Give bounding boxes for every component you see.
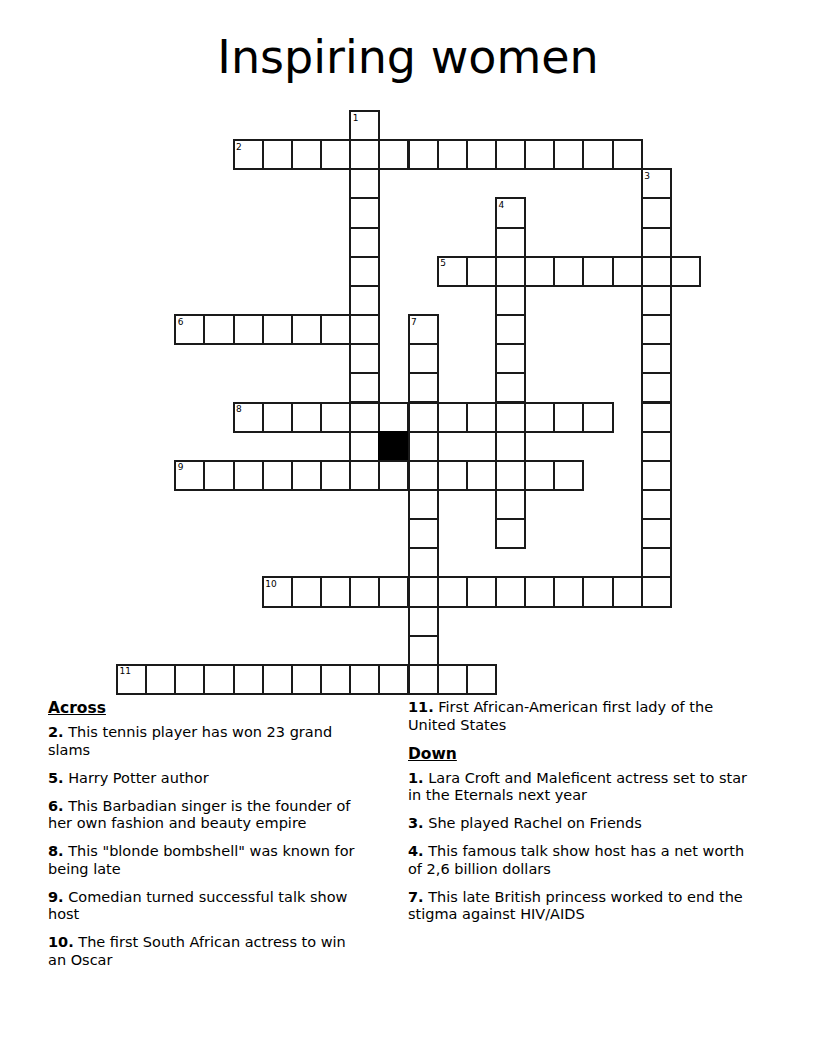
grid-cell[interactable]: 10 — [262, 576, 293, 607]
grid-cell[interactable] — [349, 372, 380, 403]
grid-cell[interactable] — [495, 431, 526, 462]
clue-number: 2. — [48, 724, 64, 740]
grid-cell[interactable] — [612, 139, 643, 170]
grid-cell[interactable] — [349, 576, 380, 607]
grid-cell[interactable] — [612, 256, 643, 287]
clue-number: 11. — [408, 699, 434, 715]
grid-cell[interactable] — [524, 576, 555, 607]
grid-cell[interactable] — [437, 139, 468, 170]
cell-number-6: 6 — [178, 317, 184, 327]
clue-text: First African-American first lady of the… — [408, 699, 713, 733]
clue-text: This Barbadian singer is the founder of … — [48, 798, 350, 832]
across-header: Across — [48, 699, 362, 717]
cell-number-2: 2 — [236, 142, 242, 152]
clue-across-5: 5. Harry Potter author — [48, 770, 362, 788]
grid-cell[interactable] — [641, 227, 672, 258]
grid-cell[interactable] — [378, 139, 409, 170]
grid-cell[interactable] — [408, 635, 439, 666]
grid-cell[interactable] — [553, 256, 584, 287]
black-cell — [378, 431, 409, 462]
clue-text: This tennis player has won 23 grand slam… — [48, 724, 332, 758]
grid-cell[interactable] — [612, 576, 643, 607]
clue-across-9: 9. Comedian turned successful talk show … — [48, 889, 362, 924]
grid-cell[interactable]: 1 — [349, 110, 380, 141]
grid-cell[interactable] — [320, 664, 351, 695]
grid-cell[interactable] — [349, 431, 380, 462]
grid-cell[interactable] — [553, 576, 584, 607]
cell-number-8: 8 — [236, 404, 242, 414]
grid-cell[interactable] — [349, 343, 380, 374]
grid-cell[interactable] — [641, 489, 672, 520]
grid-cell[interactable] — [408, 576, 439, 607]
clue-across-10: 10. The first South African actress to w… — [48, 934, 362, 969]
grid-cell[interactable] — [466, 664, 497, 695]
grid-cell[interactable] — [582, 139, 613, 170]
grid-cell[interactable]: 9 — [174, 460, 205, 491]
grid-cell[interactable] — [233, 664, 264, 695]
grid-cell[interactable] — [641, 372, 672, 403]
grid-cell[interactable] — [408, 489, 439, 520]
grid-cell[interactable] — [233, 314, 264, 345]
grid-cell[interactable] — [262, 664, 293, 695]
clues-column-right: 11. First African-American first lady of… — [408, 699, 754, 934]
grid-cell[interactable] — [582, 576, 613, 607]
grid-cell[interactable] — [495, 372, 526, 403]
grid-cell[interactable] — [641, 431, 672, 462]
grid-cell[interactable]: 6 — [174, 314, 205, 345]
clue-number: 1. — [408, 770, 424, 786]
grid-cell[interactable] — [291, 314, 322, 345]
down-header: Down — [408, 745, 754, 763]
grid-cell[interactable] — [203, 460, 234, 491]
clue-down-3: 3. She played Rachel on Friends — [408, 815, 754, 833]
grid-cell[interactable] — [320, 576, 351, 607]
grid-cell[interactable] — [408, 664, 439, 695]
clue-number: 8. — [48, 843, 64, 859]
across-clues-overflow: 11. First African-American first lady of… — [408, 699, 754, 734]
clue-text: She played Rachel on Friends — [424, 815, 642, 831]
crossword-grid: 1234567891011 — [116, 110, 701, 695]
grid-cell[interactable] — [320, 460, 351, 491]
grid-cell[interactable] — [495, 576, 526, 607]
clue-number: 5. — [48, 770, 64, 786]
grid-cell[interactable] — [408, 431, 439, 462]
grid-cell[interactable] — [495, 285, 526, 316]
grid-cell[interactable] — [641, 402, 672, 433]
grid-cell[interactable] — [495, 314, 526, 345]
grid-cell[interactable] — [437, 664, 468, 695]
grid-cell[interactable] — [524, 256, 555, 287]
grid-cell[interactable] — [262, 139, 293, 170]
grid-cell[interactable] — [495, 402, 526, 433]
grid-cell[interactable] — [291, 576, 322, 607]
grid-cell[interactable] — [495, 343, 526, 374]
grid-cell[interactable] — [349, 314, 380, 345]
grid-cell[interactable] — [349, 139, 380, 170]
grid-cell[interactable] — [378, 664, 409, 695]
grid-cell[interactable] — [262, 402, 293, 433]
clue-text: This late British princess worked to end… — [408, 889, 743, 923]
grid-cell[interactable] — [495, 227, 526, 258]
clue-text: Harry Potter author — [64, 770, 209, 786]
grid-cell[interactable] — [349, 256, 380, 287]
grid-cell[interactable] — [553, 402, 584, 433]
clue-across-11: 11. First African-American first lady of… — [408, 699, 754, 734]
grid-cell[interactable] — [349, 460, 380, 491]
grid-cell[interactable]: 7 — [408, 314, 439, 345]
grid-cell[interactable] — [378, 402, 409, 433]
grid-cell[interactable]: 4 — [495, 197, 526, 228]
cell-number-3: 3 — [644, 171, 650, 181]
cell-number-10: 10 — [265, 579, 276, 589]
grid-cell[interactable] — [291, 664, 322, 695]
grid-cell[interactable] — [466, 256, 497, 287]
grid-cell[interactable] — [524, 460, 555, 491]
grid-cell[interactable] — [349, 197, 380, 228]
grid-cell[interactable] — [670, 256, 701, 287]
clue-down-7: 7. This late British princess worked to … — [408, 889, 754, 924]
grid-cell[interactable] — [495, 460, 526, 491]
grid-cell[interactable] — [466, 460, 497, 491]
grid-cell[interactable]: 2 — [233, 139, 264, 170]
grid-cell[interactable] — [641, 460, 672, 491]
clues-column-left: Across 2. This tennis player has won 23 … — [48, 699, 362, 980]
clue-across-2: 2. This tennis player has won 23 grand s… — [48, 724, 362, 759]
grid-cell[interactable]: 11 — [116, 664, 147, 695]
grid-cell[interactable] — [378, 460, 409, 491]
grid-cell[interactable] — [203, 664, 234, 695]
clue-across-8: 8. This "blonde bombshell" was known for… — [48, 843, 362, 878]
cell-number-11: 11 — [120, 666, 131, 676]
grid-cell[interactable] — [291, 460, 322, 491]
grid-cell[interactable] — [641, 547, 672, 578]
grid-cell[interactable] — [437, 402, 468, 433]
grid-cell[interactable] — [145, 664, 176, 695]
grid-cell[interactable] — [291, 139, 322, 170]
grid-cell[interactable] — [641, 518, 672, 549]
grid-cell[interactable] — [262, 314, 293, 345]
clue-number: 4. — [408, 843, 424, 859]
grid-cell[interactable] — [466, 402, 497, 433]
cell-number-7: 7 — [411, 317, 417, 327]
grid-cell[interactable] — [582, 256, 613, 287]
grid-cell[interactable] — [553, 139, 584, 170]
clue-text: The first South African actress to win a… — [48, 934, 346, 968]
grid-cell[interactable] — [174, 664, 205, 695]
cell-number-5: 5 — [440, 258, 446, 268]
clue-text: Comedian turned successful talk show hos… — [48, 889, 347, 923]
grid-cell[interactable] — [466, 139, 497, 170]
grid-cell[interactable] — [408, 460, 439, 491]
grid-cell[interactable] — [641, 314, 672, 345]
cell-number-4: 4 — [498, 200, 504, 210]
grid-cell[interactable] — [349, 227, 380, 258]
grid-cell[interactable] — [233, 460, 264, 491]
cell-number-9: 9 — [178, 462, 184, 472]
grid-cell[interactable] — [349, 168, 380, 199]
grid-cell[interactable] — [262, 460, 293, 491]
grid-cell[interactable] — [408, 402, 439, 433]
grid-cell[interactable] — [408, 343, 439, 374]
grid-cell[interactable] — [466, 576, 497, 607]
grid-cell[interactable] — [408, 518, 439, 549]
grid-cell[interactable] — [203, 314, 234, 345]
clue-number: 7. — [408, 889, 424, 905]
grid-cell[interactable] — [320, 402, 351, 433]
across-clues-list: 2. This tennis player has won 23 grand s… — [48, 724, 362, 969]
clue-down-1: 1. Lara Croft and Maleficent actress set… — [408, 770, 754, 805]
cell-number-1: 1 — [353, 113, 359, 123]
grid-cell[interactable] — [495, 139, 526, 170]
puzzle-title: Inspiring women — [0, 30, 816, 84]
grid-cell[interactable]: 8 — [233, 402, 264, 433]
grid-cell[interactable] — [495, 518, 526, 549]
clue-across-6: 6. This Barbadian singer is the founder … — [48, 798, 362, 833]
clue-down-4: 4. This famous talk show host has a net … — [408, 843, 754, 878]
clue-number: 10. — [48, 934, 74, 950]
clue-text: Lara Croft and Maleficent actress set to… — [408, 770, 747, 804]
clue-number: 6. — [48, 798, 64, 814]
grid-cell[interactable] — [641, 285, 672, 316]
grid-cell[interactable] — [408, 139, 439, 170]
clue-text: This famous talk show host has a net wor… — [408, 843, 744, 877]
grid-cell[interactable] — [408, 372, 439, 403]
grid-cell[interactable] — [437, 576, 468, 607]
grid-cell[interactable] — [524, 139, 555, 170]
grid-cell[interactable] — [349, 402, 380, 433]
grid-cell[interactable] — [378, 576, 409, 607]
grid-cell[interactable] — [349, 285, 380, 316]
clue-number: 9. — [48, 889, 64, 905]
grid-cell[interactable] — [437, 460, 468, 491]
clue-number: 3. — [408, 815, 424, 831]
grid-cell[interactable] — [641, 343, 672, 374]
grid-cell[interactable] — [641, 256, 672, 287]
grid-cell[interactable] — [408, 606, 439, 637]
grid-cell[interactable] — [495, 256, 526, 287]
grid-cell[interactable] — [524, 402, 555, 433]
grid-cell[interactable] — [291, 402, 322, 433]
grid-cell[interactable] — [320, 139, 351, 170]
grid-cell[interactable] — [320, 314, 351, 345]
clue-text: This "blonde bombshell" was known for be… — [48, 843, 355, 877]
down-clues-list: 1. Lara Croft and Maleficent actress set… — [408, 770, 754, 924]
grid-cell[interactable] — [495, 489, 526, 520]
grid-cell[interactable] — [408, 547, 439, 578]
grid-cell[interactable] — [582, 402, 613, 433]
grid-cell[interactable]: 5 — [437, 256, 468, 287]
grid-cell[interactable] — [553, 460, 584, 491]
grid-cell[interactable] — [349, 664, 380, 695]
grid-cell[interactable] — [641, 197, 672, 228]
grid-cell[interactable]: 3 — [641, 168, 672, 199]
grid-cell[interactable] — [641, 576, 672, 607]
